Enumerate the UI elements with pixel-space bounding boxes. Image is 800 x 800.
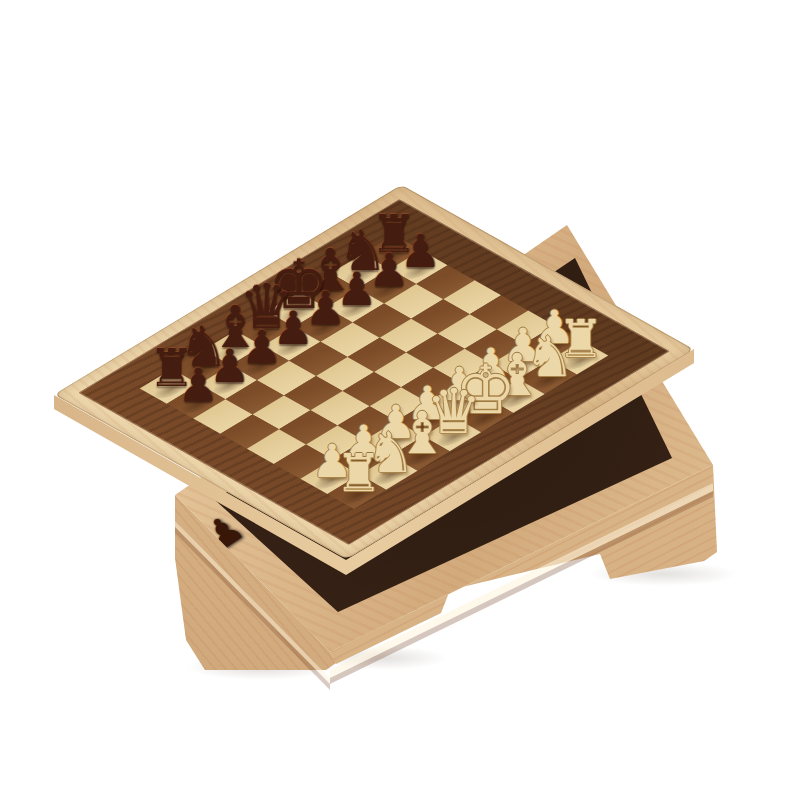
product-photo: ♟ ♜♞♝♛♚♝♞♜♟♟♟♟♟♟♟♟♟♟♟♟♟♟♟♟♜♞♝♛♚♝♞♜	[0, 0, 800, 800]
square-a1[interactable]: ♜	[327, 475, 386, 509]
piece-white-rook-a1[interactable]: ♜	[335, 447, 382, 499]
piece-black-pawn-a7[interactable]: ♟	[177, 362, 218, 408]
